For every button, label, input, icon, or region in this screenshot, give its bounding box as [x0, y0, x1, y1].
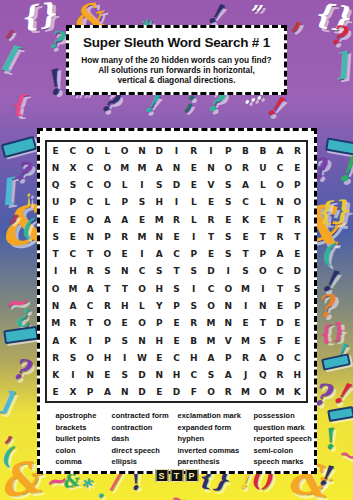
braces-icon: {} — [315, 197, 351, 226]
grid-cell-r12c1[interactable]: A — [47, 332, 64, 349]
grid-cell-r1c2[interactable]: C — [64, 142, 81, 159]
bracket-icon: [ — [0, 41, 20, 74]
grid-cell-r7c7[interactable]: A — [151, 246, 168, 263]
grid-cell-r2c10[interactable]: N — [202, 159, 219, 176]
grid-cell-r3c5[interactable]: L — [116, 177, 133, 194]
grid-cell-r10c9[interactable]: S — [185, 297, 202, 314]
word-list-column: exclamation markexpanded formhypheninver… — [178, 410, 246, 468]
grid-cell-r7c5[interactable]: E — [116, 246, 133, 263]
word-list-item: dash — [112, 433, 170, 445]
grid-cell-r7c9[interactable]: P — [185, 246, 202, 263]
word-list-item: question mark — [254, 422, 318, 434]
comma-icon: , — [10, 196, 20, 224]
grid-cell-r5c10[interactable]: R — [202, 211, 219, 228]
grid-cell-r8c12[interactable]: S — [237, 263, 254, 280]
grid-cell-r12c13[interactable]: S — [254, 332, 271, 349]
grid-cell-r12c8[interactable]: E — [168, 332, 185, 349]
grid-cell-r15c12[interactable]: M — [237, 384, 254, 401]
grid-cell-r1c10[interactable]: I — [202, 142, 219, 159]
grid-cell-r6c2[interactable]: E — [64, 228, 81, 245]
grid-cell-r15c1[interactable]: E — [47, 384, 64, 401]
question-mark-icon: ? — [46, 27, 64, 53]
grid-cell-r3c13[interactable]: L — [254, 177, 271, 194]
instructions-line-3: vertical & diagonal directions. — [69, 75, 284, 85]
grid-cell-r6c15[interactable]: T — [289, 228, 306, 245]
stp-logo: STP — [155, 469, 198, 482]
stp-logo-letter: S — [155, 469, 168, 482]
grid-cell-r15c3[interactable]: P — [82, 384, 99, 401]
grid-cell-r10c7[interactable]: Y — [151, 297, 168, 314]
grid-cell-r12c3[interactable]: I — [82, 332, 99, 349]
bracket-icon: ] — [332, 49, 351, 81]
grid-cell-r4c1[interactable]: U — [47, 194, 64, 211]
grid-cell-r9c15[interactable]: S — [289, 280, 306, 297]
grid-cell-r13c3[interactable]: O — [82, 349, 99, 366]
grid-cell-r1c9[interactable]: R — [185, 142, 202, 159]
dots-icon: ••• — [242, 93, 263, 108]
grid-cell-r13c14[interactable]: O — [271, 349, 288, 366]
grid-cell-r3c14[interactable]: O — [271, 177, 288, 194]
word-list-item: ellipsis — [112, 456, 170, 468]
grid-cell-r15c9[interactable]: F — [185, 384, 202, 401]
grid-cell-r8c10[interactable]: D — [202, 263, 219, 280]
grid-cell-r5c8[interactable]: R — [168, 211, 185, 228]
question-mark-icon: ? — [9, 355, 31, 386]
grid-cell-r13c15[interactable]: C — [289, 349, 306, 366]
grid-cell-r2c4[interactable]: O — [99, 159, 116, 176]
grid-cell-r2c3[interactable]: C — [82, 159, 99, 176]
grid-cell-r5c3[interactable]: O — [82, 211, 99, 228]
grid-cell-r8c1[interactable]: I — [47, 263, 64, 280]
grid-cell-r12c14[interactable]: F — [271, 332, 288, 349]
rectangle-icon — [327, 406, 353, 422]
grid-cell-r1c13[interactable]: B — [254, 142, 271, 159]
grid-cell-r4c15[interactable]: O — [289, 194, 306, 211]
grid-cell-r5c6[interactable]: E — [133, 211, 150, 228]
grid-cell-r7c6[interactable]: I — [133, 246, 150, 263]
grid-cell-r5c14[interactable]: T — [271, 211, 288, 228]
grid-cell-r14c5[interactable]: S — [116, 366, 133, 383]
grid-cell-r14c15[interactable]: H — [289, 366, 306, 383]
grid-cell-r9c11[interactable]: O — [220, 280, 237, 297]
word-list-item: apostrophe — [56, 410, 104, 422]
grid-cell-r10c2[interactable]: A — [64, 297, 81, 314]
asterisk-icon: * — [80, 476, 90, 496]
grid-cell-r8c3[interactable]: R — [82, 263, 99, 280]
grid-cell-r1c8[interactable]: I — [168, 142, 185, 159]
grid-cell-r11c5[interactable]: E — [116, 315, 133, 332]
grid-cell-r5c1[interactable]: E — [47, 211, 64, 228]
grid-cell-r14c13[interactable]: Q — [254, 366, 271, 383]
stp-logo-letter: P — [185, 469, 198, 482]
grid-cell-r10c4[interactable]: R — [99, 297, 116, 314]
grid-cell-r3c10[interactable]: V — [202, 177, 219, 194]
grid-cell-r5c11[interactable]: E — [220, 211, 237, 228]
grid-cell-r9c7[interactable]: H — [151, 280, 168, 297]
exclamation-icon: ! — [335, 149, 353, 187]
grid-cell-r12c15[interactable]: E — [289, 332, 306, 349]
grid-cell-r11c11[interactable]: N — [220, 315, 237, 332]
grid-cell-r14c2[interactable]: I — [64, 366, 81, 383]
tilde-icon: ~ — [168, 488, 187, 500]
grid-cell-r15c6[interactable]: D — [133, 384, 150, 401]
grid-cell-r3c1[interactable]: Q — [47, 177, 64, 194]
grid-cell-r12c11[interactable]: V — [220, 332, 237, 349]
grid-cell-r2c6[interactable]: M — [133, 159, 150, 176]
grid-cell-r5c4[interactable]: A — [99, 211, 116, 228]
grid-cell-r3c3[interactable]: C — [82, 177, 99, 194]
grid-cell-r11c3[interactable]: T — [82, 315, 99, 332]
grid-cell-r1c11[interactable]: P — [220, 142, 237, 159]
grid-cell-r6c10[interactable]: T — [202, 228, 219, 245]
grid-cell-r8c14[interactable]: C — [271, 263, 288, 280]
grid-cell-r9c12[interactable]: M — [237, 280, 254, 297]
grid-cell-r2c13[interactable]: U — [254, 159, 271, 176]
grid-cell-r15c4[interactable]: A — [99, 384, 116, 401]
grid-cell-r4c14[interactable]: N — [271, 194, 288, 211]
instructions-line-1: How many of the 20 hidden words can you … — [69, 55, 284, 65]
grid-cell-r15c14[interactable]: M — [271, 384, 288, 401]
grid-cell-r11c10[interactable]: M — [202, 315, 219, 332]
grid-cell-r2c8[interactable]: N — [168, 159, 185, 176]
grid-cell-r10c8[interactable]: P — [168, 297, 185, 314]
grid-cell-r12c5[interactable]: S — [116, 332, 133, 349]
grid-cell-r11c7[interactable]: P — [151, 315, 168, 332]
grid-cell-r3c15[interactable]: P — [289, 177, 306, 194]
grid-cell-r14c12[interactable]: J — [237, 366, 254, 383]
grid-cell-r14c6[interactable]: D — [133, 366, 150, 383]
grid-cell-r12c12[interactable]: M — [237, 332, 254, 349]
question-mark-icon: ? — [328, 21, 348, 49]
instructions: How many of the 20 hidden words can you … — [69, 55, 284, 85]
grid-cell-r13c7[interactable]: E — [151, 349, 168, 366]
word-list-item: expanded form — [178, 422, 246, 434]
grid-cell-r8c15[interactable]: D — [289, 263, 306, 280]
grid-cell-r4c13[interactable]: L — [254, 194, 271, 211]
grid-cell-r12c4[interactable]: P — [99, 332, 116, 349]
grid-cell-r10c1[interactable]: N — [47, 297, 64, 314]
grid-cell-r2c2[interactable]: X — [64, 159, 81, 176]
grid-cell-r4c5[interactable]: P — [116, 194, 133, 211]
grid-cell-r7c1[interactable]: T — [47, 246, 64, 263]
exclamation-icon: ! — [263, 91, 286, 122]
grid-cell-r7c13[interactable]: P — [254, 246, 271, 263]
grid-cell-r7c15[interactable]: E — [289, 246, 306, 263]
grid-cell-r15c5[interactable]: N — [116, 384, 133, 401]
tilde-icon: ~ — [335, 442, 353, 467]
grid-cell-r6c13[interactable]: T — [254, 228, 271, 245]
grid-cell-r10c10[interactable]: O — [202, 297, 219, 314]
grid-cell-r7c4[interactable]: O — [99, 246, 116, 263]
grid-cell-r6c4[interactable]: P — [99, 228, 116, 245]
word-list-item: exclamation mark — [178, 410, 246, 422]
grid-cell-r3c2[interactable]: S — [64, 177, 81, 194]
grid-cell-r13c12[interactable]: R — [237, 349, 254, 366]
grid-cell-r12c6[interactable]: N — [133, 332, 150, 349]
grid-cell-r4c11[interactable]: S — [220, 194, 237, 211]
grid-cell-r8c11[interactable]: I — [220, 263, 237, 280]
grid-cell-r6c3[interactable]: N — [82, 228, 99, 245]
dot-icon: • — [96, 490, 104, 500]
grid-cell-r3c12[interactable]: A — [237, 177, 254, 194]
word-list-item: hyphen — [178, 433, 246, 445]
grid-cell-r3c6[interactable]: I — [133, 177, 150, 194]
grid-cell-r15c7[interactable]: E — [151, 384, 168, 401]
parenthesis-icon: ( — [20, 216, 31, 240]
grid-cell-r4c12[interactable]: C — [237, 194, 254, 211]
grid-cell-r13c9[interactable]: H — [185, 349, 202, 366]
word-list-item: contracted form — [112, 410, 170, 422]
grid-cell-r7c12[interactable]: T — [237, 246, 254, 263]
grid-cell-r11c1[interactable]: M — [47, 315, 64, 332]
grid-cell-r11c9[interactable]: R — [185, 315, 202, 332]
grid-cell-r9c5[interactable]: T — [116, 280, 133, 297]
grid-cell-r6c14[interactable]: R — [271, 228, 288, 245]
grid-cell-r2c11[interactable]: O — [220, 159, 237, 176]
grid-cell-r1c7[interactable]: D — [151, 142, 168, 159]
quote-icon: ” — [248, 2, 261, 24]
stp-logo-letter: T — [170, 469, 183, 482]
grid-cell-r6c12[interactable]: E — [237, 228, 254, 245]
grid-cell-r8c5[interactable]: N — [116, 263, 133, 280]
grid-cell-r2c14[interactable]: C — [271, 159, 288, 176]
grid-cell-r2c15[interactable]: E — [289, 159, 306, 176]
exclamation-icon: ! — [319, 425, 337, 455]
grid-cell-r1c15[interactable]: R — [289, 142, 306, 159]
grid-cell-r15c11[interactable]: R — [220, 384, 237, 401]
grid-cell-r15c2[interactable]: X — [64, 384, 81, 401]
grid-cell-r13c6[interactable]: W — [133, 349, 150, 366]
word-list-column: contracted formcontractiondashdirect spe… — [112, 410, 170, 468]
grid-cell-r7c2[interactable]: C — [64, 246, 81, 263]
grid-cell-r11c6[interactable]: O — [133, 315, 150, 332]
grid-cell-r15c15[interactable]: K — [289, 384, 306, 401]
grid-cell-r4c4[interactable]: L — [99, 194, 116, 211]
grid-cell-r9c6[interactable]: O — [133, 280, 150, 297]
grid-cell-r5c2[interactable]: E — [64, 211, 81, 228]
brace-icon: { — [10, 92, 25, 116]
grid-cell-r6c7[interactable]: N — [151, 228, 168, 245]
grid-cell-r7c14[interactable]: A — [271, 246, 288, 263]
word-list-column: possessionquestion markreported speechse… — [254, 410, 318, 468]
instructions-line-2: All solutions run forwards in horizontal… — [69, 65, 284, 75]
grid-cell-r14c11[interactable]: A — [220, 366, 237, 383]
grid-cell-r7c8[interactable]: C — [168, 246, 185, 263]
grid-cell-r2c7[interactable]: A — [151, 159, 168, 176]
rectangle-icon — [3, 326, 39, 345]
grid-cell-r9c2[interactable]: M — [64, 280, 81, 297]
comma-icon: , — [6, 12, 15, 38]
word-list-item: possession — [254, 410, 318, 422]
grid-cell-r9c13[interactable]: I — [254, 280, 271, 297]
grid-cell-r11c4[interactable]: O — [99, 315, 116, 332]
grid-cell-r8c6[interactable]: C — [133, 263, 150, 280]
grid-cell-r3c8[interactable]: D — [168, 177, 185, 194]
grid-cell-r1c5[interactable]: O — [116, 142, 133, 159]
grid-cell-r6c11[interactable]: S — [220, 228, 237, 245]
grid-cell-r13c1[interactable]: R — [47, 349, 64, 366]
worksheet-page: {}&*!”,{},[??]!¡{“”?!;?•••!&&?[¡,(~¿?],(… — [0, 0, 353, 500]
grid-cell-r4c7[interactable]: H — [151, 194, 168, 211]
grid-cell-r13c13[interactable]: A — [254, 349, 271, 366]
word-list-item: parenthesis — [178, 456, 246, 468]
grid-cell-r13c8[interactable]: C — [168, 349, 185, 366]
grid-cell-r9c4[interactable]: T — [99, 280, 116, 297]
grid-cell-r8c9[interactable]: S — [185, 263, 202, 280]
grid-cell-r2c12[interactable]: R — [237, 159, 254, 176]
grid-cell-r10c11[interactable]: N — [220, 297, 237, 314]
grid-cell-r12c7[interactable]: H — [151, 332, 168, 349]
word-list-item: comma — [56, 456, 104, 468]
grid-cell-r8c2[interactable]: H — [64, 263, 81, 280]
title-box: Super Sleuth Word Search # 1 How many of… — [66, 25, 287, 95]
grid-cell-r6c1[interactable]: S — [47, 228, 64, 245]
grid-cell-r13c2[interactable]: S — [64, 349, 81, 366]
grid-cell-r10c5[interactable]: H — [116, 297, 133, 314]
question-mark-icon: ? — [12, 157, 32, 185]
grid-cell-r3c11[interactable]: S — [220, 177, 237, 194]
grid-cell-r9c14[interactable]: T — [271, 280, 288, 297]
grid-cell-r14c14[interactable]: R — [271, 366, 288, 383]
grid-cell-r3c7[interactable]: S — [151, 177, 168, 194]
grid-cell-r8c4[interactable]: S — [99, 263, 116, 280]
word-list-item: direct speech — [112, 445, 170, 457]
grid-cell-r12c10[interactable]: M — [202, 332, 219, 349]
grid-cell-r14c3[interactable]: N — [82, 366, 99, 383]
word-list-column: apostrophebracketsbullet pointscoloncomm… — [56, 410, 104, 468]
puzzle-box: ECOLONDIRIPBBARNXCOMMANENORUCEQSCOLISDEV… — [37, 128, 317, 474]
grid-cell-r14c7[interactable]: N — [151, 366, 168, 383]
grid-cell-r9c9[interactable]: I — [185, 280, 202, 297]
grid-cell-r1c3[interactable]: O — [82, 142, 99, 159]
grid-cell-r10c3[interactable]: C — [82, 297, 99, 314]
rectangle-icon — [321, 353, 351, 371]
word-search-grid[interactable]: ECOLONDIRIPBBARNXCOMMANENORUCEQSCOLISDEV… — [45, 140, 308, 403]
grid-cell-r4c6[interactable]: S — [133, 194, 150, 211]
grid-cell-r6c8[interactable]: E — [168, 228, 185, 245]
grid-cell-r14c4[interactable]: E — [99, 366, 116, 383]
grid-cell-r13c5[interactable]: I — [116, 349, 133, 366]
grid-cell-r4c9[interactable]: L — [185, 194, 202, 211]
word-list-item: reported speech — [254, 433, 318, 445]
grid-cell-r2c1[interactable]: N — [47, 159, 64, 176]
grid-cell-r2c5[interactable]: M — [116, 159, 133, 176]
word-list: apostrophebracketsbullet pointscoloncomm… — [40, 403, 314, 468]
grid-cell-r10c6[interactable]: L — [133, 297, 150, 314]
grid-cell-r4c2[interactable]: P — [64, 194, 81, 211]
grid-cell-r10c15[interactable]: P — [289, 297, 306, 314]
grid-cell-r1c4[interactable]: L — [99, 142, 116, 159]
grid-cell-r4c8[interactable]: I — [168, 194, 185, 211]
bracket-icon: ] — [0, 387, 14, 415]
page-title: Super Sleuth Word Search # 1 — [69, 35, 284, 50]
grid-cell-r6c9[interactable]: I — [185, 228, 202, 245]
word-list-item: semi-colon — [254, 445, 318, 457]
grid-cell-r9c3[interactable]: A — [82, 280, 99, 297]
grid-cell-r1c6[interactable]: N — [133, 142, 150, 159]
grid-cell-r8c13[interactable]: O — [254, 263, 271, 280]
grid-cell-r13c10[interactable]: A — [202, 349, 219, 366]
grid-cell-r13c11[interactable]: P — [220, 349, 237, 366]
grid-cell-r1c14[interactable]: A — [271, 142, 288, 159]
comma-icon: , — [292, 2, 302, 32]
grid-cell-r14c10[interactable]: S — [202, 366, 219, 383]
grid-cell-r5c13[interactable]: E — [254, 211, 271, 228]
grid-cell-r1c12[interactable]: B — [237, 142, 254, 159]
grid-cell-r1c1[interactable]: E — [47, 142, 64, 159]
word-list-item: speech marks — [254, 456, 318, 468]
grid-cell-r15c10[interactable]: O — [202, 384, 219, 401]
grid-cell-r11c13[interactable]: T — [254, 315, 271, 332]
grid-cell-r5c9[interactable]: L — [185, 211, 202, 228]
grid-cell-r12c2[interactable]: K — [64, 332, 81, 349]
exclamation-icon: ! — [40, 65, 65, 102]
grid-cell-r10c14[interactable]: E — [271, 297, 288, 314]
word-list-item: brackets — [56, 422, 104, 434]
exclamation-icon: ! — [329, 377, 352, 410]
grid-cell-r3c4[interactable]: O — [99, 177, 116, 194]
grid-cell-r14c9[interactable]: C — [185, 366, 202, 383]
grid-cell-r5c12[interactable]: K — [237, 211, 254, 228]
grid-cell-r7c3[interactable]: T — [82, 246, 99, 263]
grid-cell-r11c8[interactable]: E — [168, 315, 185, 332]
word-list-item: contraction — [112, 422, 170, 434]
grid-cell-r5c7[interactable]: M — [151, 211, 168, 228]
question-mark-icon: ¿ — [16, 302, 30, 326]
grid-cell-r8c7[interactable]: S — [151, 263, 168, 280]
word-list-item: colon — [56, 445, 104, 457]
grid-cell-r13c4[interactable]: H — [99, 349, 116, 366]
grid-cell-r11c14[interactable]: D — [271, 315, 288, 332]
grid-cell-r6c5[interactable]: R — [116, 228, 133, 245]
grid-cell-r6c6[interactable]: M — [133, 228, 150, 245]
grid-cell-r12c9[interactable]: B — [185, 332, 202, 349]
grid-cell-r11c2[interactable]: R — [64, 315, 81, 332]
grid-cell-r15c8[interactable]: D — [168, 384, 185, 401]
grid-cell-r4c10[interactable]: E — [202, 194, 219, 211]
grid-cell-r9c10[interactable]: C — [202, 280, 219, 297]
grid-cell-r10c13[interactable]: N — [254, 297, 271, 314]
grid-cell-r4c3[interactable]: C — [82, 194, 99, 211]
grid-cell-r7c11[interactable]: S — [220, 246, 237, 263]
word-list-item: bullet points — [56, 433, 104, 445]
grid-cell-r14c1[interactable]: K — [47, 366, 64, 383]
grid-cell-r7c10[interactable]: E — [202, 246, 219, 263]
grid-cell-r5c5[interactable]: A — [116, 211, 133, 228]
grid-cell-r5c15[interactable]: R — [289, 211, 306, 228]
grid-cell-r14c8[interactable]: H — [168, 366, 185, 383]
grid-cell-r3c9[interactable]: E — [185, 177, 202, 194]
grid-cell-r10c12[interactable]: I — [237, 297, 254, 314]
grid-cell-r15c13[interactable]: O — [254, 384, 271, 401]
word-list-item: inverted commas — [178, 445, 246, 457]
grid-cell-r11c12[interactable]: E — [237, 315, 254, 332]
grid-cell-r9c8[interactable]: S — [168, 280, 185, 297]
grid-cell-r8c8[interactable]: T — [168, 263, 185, 280]
grid-cell-r9c1[interactable]: O — [47, 280, 64, 297]
grid-cell-r11c15[interactable]: E — [289, 315, 306, 332]
grid-cell-r2c9[interactable]: E — [185, 159, 202, 176]
